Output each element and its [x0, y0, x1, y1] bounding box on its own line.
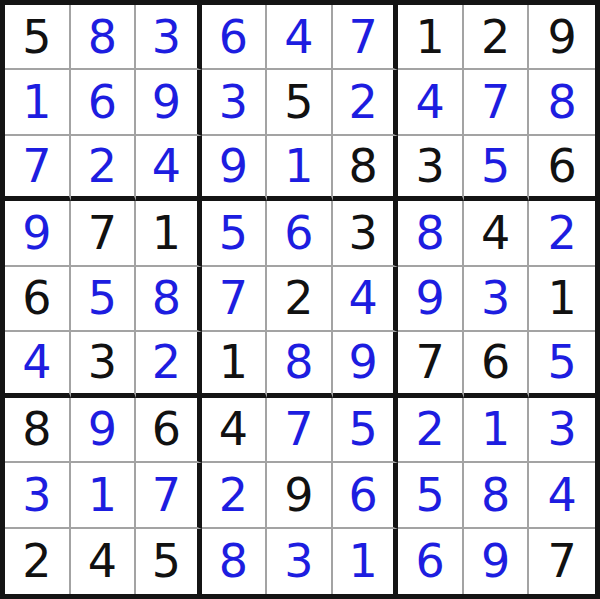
sudoku-cell-r1c8[interactable]: 2 — [464, 5, 530, 70]
sudoku-cell-r3c3[interactable]: 4 — [136, 136, 202, 201]
sudoku-cell-r9c9[interactable]: 7 — [529, 529, 595, 594]
sudoku-cell-r6c3[interactable]: 2 — [136, 332, 202, 397]
sudoku-cell-r8c2[interactable]: 1 — [71, 463, 137, 528]
sudoku-cell-r7c3[interactable]: 6 — [136, 398, 202, 463]
sudoku-cell-r1c7[interactable]: 1 — [398, 5, 464, 70]
sudoku-cell-r9c1[interactable]: 2 — [5, 529, 71, 594]
sudoku-cell-r6c9[interactable]: 5 — [529, 332, 595, 397]
sudoku-cell-r4c6[interactable]: 3 — [333, 201, 399, 266]
sudoku-cell-r2c5[interactable]: 5 — [267, 70, 333, 135]
sudoku-cell-r5c2[interactable]: 5 — [71, 267, 137, 332]
sudoku-cell-r8c3[interactable]: 7 — [136, 463, 202, 528]
sudoku-cell-r9c4[interactable]: 8 — [202, 529, 268, 594]
sudoku-cell-r8c7[interactable]: 5 — [398, 463, 464, 528]
sudoku-cell-r4c5[interactable]: 6 — [267, 201, 333, 266]
sudoku-cell-r9c8[interactable]: 9 — [464, 529, 530, 594]
sudoku-cell-r2c8[interactable]: 7 — [464, 70, 530, 135]
sudoku-cell-r7c9[interactable]: 3 — [529, 398, 595, 463]
sudoku-cell-r5c3[interactable]: 8 — [136, 267, 202, 332]
sudoku-cell-r8c6[interactable]: 6 — [333, 463, 399, 528]
sudoku-cell-r5c7[interactable]: 9 — [398, 267, 464, 332]
sudoku-cell-r7c6[interactable]: 5 — [333, 398, 399, 463]
sudoku-cell-r9c3[interactable]: 5 — [136, 529, 202, 594]
sudoku-cell-r7c4[interactable]: 4 — [202, 398, 268, 463]
sudoku-cell-r6c2[interactable]: 3 — [71, 332, 137, 397]
sudoku-cell-r8c9[interactable]: 4 — [529, 463, 595, 528]
sudoku-cell-r7c5[interactable]: 7 — [267, 398, 333, 463]
sudoku-cell-r1c1[interactable]: 5 — [5, 5, 71, 70]
sudoku-cell-r2c7[interactable]: 4 — [398, 70, 464, 135]
sudoku-cell-r2c3[interactable]: 9 — [136, 70, 202, 135]
sudoku-cell-r6c8[interactable]: 6 — [464, 332, 530, 397]
sudoku-cell-r6c1[interactable]: 4 — [5, 332, 71, 397]
sudoku-cell-r4c8[interactable]: 4 — [464, 201, 530, 266]
sudoku-cell-r5c8[interactable]: 3 — [464, 267, 530, 332]
sudoku-cell-r8c4[interactable]: 2 — [202, 463, 268, 528]
sudoku-cell-r3c1[interactable]: 7 — [5, 136, 71, 201]
sudoku-cell-r5c5[interactable]: 2 — [267, 267, 333, 332]
sudoku-cell-r9c5[interactable]: 3 — [267, 529, 333, 594]
sudoku-cell-r1c9[interactable]: 9 — [529, 5, 595, 70]
sudoku-cell-r3c7[interactable]: 3 — [398, 136, 464, 201]
sudoku-board: 5836471291693524787249183569715638426587… — [0, 0, 600, 599]
sudoku-cell-r7c2[interactable]: 9 — [71, 398, 137, 463]
sudoku-cell-r1c2[interactable]: 8 — [71, 5, 137, 70]
sudoku-cell-r2c2[interactable]: 6 — [71, 70, 137, 135]
sudoku-cell-r1c5[interactable]: 4 — [267, 5, 333, 70]
sudoku-cell-r1c4[interactable]: 6 — [202, 5, 268, 70]
sudoku-cell-r8c8[interactable]: 8 — [464, 463, 530, 528]
sudoku-cell-r4c1[interactable]: 9 — [5, 201, 71, 266]
sudoku-cell-r4c9[interactable]: 2 — [529, 201, 595, 266]
sudoku-cell-r9c6[interactable]: 1 — [333, 529, 399, 594]
sudoku-cell-r2c1[interactable]: 1 — [5, 70, 71, 135]
sudoku-cell-r3c9[interactable]: 6 — [529, 136, 595, 201]
sudoku-cell-r1c3[interactable]: 3 — [136, 5, 202, 70]
sudoku-cell-r5c4[interactable]: 7 — [202, 267, 268, 332]
sudoku-cell-r3c8[interactable]: 5 — [464, 136, 530, 201]
sudoku-cell-r5c9[interactable]: 1 — [529, 267, 595, 332]
sudoku-cell-r2c6[interactable]: 2 — [333, 70, 399, 135]
sudoku-cell-r6c4[interactable]: 1 — [202, 332, 268, 397]
sudoku-cell-r4c4[interactable]: 5 — [202, 201, 268, 266]
sudoku-cell-r3c4[interactable]: 9 — [202, 136, 268, 201]
sudoku-cell-r4c7[interactable]: 8 — [398, 201, 464, 266]
sudoku-cell-r8c5[interactable]: 9 — [267, 463, 333, 528]
sudoku-cell-r8c1[interactable]: 3 — [5, 463, 71, 528]
sudoku-cell-r4c2[interactable]: 7 — [71, 201, 137, 266]
sudoku-cell-r1c6[interactable]: 7 — [333, 5, 399, 70]
sudoku-cell-r7c1[interactable]: 8 — [5, 398, 71, 463]
sudoku-cell-r3c5[interactable]: 1 — [267, 136, 333, 201]
sudoku-cell-r6c5[interactable]: 8 — [267, 332, 333, 397]
sudoku-cell-r4c3[interactable]: 1 — [136, 201, 202, 266]
sudoku-cell-r5c1[interactable]: 6 — [5, 267, 71, 332]
sudoku-cell-r2c4[interactable]: 3 — [202, 70, 268, 135]
sudoku-cell-r9c2[interactable]: 4 — [71, 529, 137, 594]
sudoku-cell-r3c2[interactable]: 2 — [71, 136, 137, 201]
sudoku-cell-r3c6[interactable]: 8 — [333, 136, 399, 201]
sudoku-cell-r6c7[interactable]: 7 — [398, 332, 464, 397]
sudoku-cell-r6c6[interactable]: 9 — [333, 332, 399, 397]
sudoku-cell-r2c9[interactable]: 8 — [529, 70, 595, 135]
sudoku-cell-r7c8[interactable]: 1 — [464, 398, 530, 463]
sudoku-cell-r5c6[interactable]: 4 — [333, 267, 399, 332]
sudoku-cell-r7c7[interactable]: 2 — [398, 398, 464, 463]
sudoku-cell-r9c7[interactable]: 6 — [398, 529, 464, 594]
